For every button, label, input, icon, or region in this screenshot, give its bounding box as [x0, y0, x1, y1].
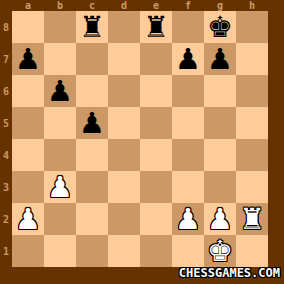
piece-black-pawn: ♟: [175, 43, 201, 75]
square-h5[interactable]: [236, 107, 268, 139]
square-b4[interactable]: [44, 139, 76, 171]
square-g8[interactable]: ♚: [204, 11, 236, 43]
square-b5[interactable]: [44, 107, 76, 139]
square-h6[interactable]: [236, 75, 268, 107]
square-c2[interactable]: [76, 203, 108, 235]
square-g6[interactable]: [204, 75, 236, 107]
square-e1[interactable]: [140, 235, 172, 267]
square-a7[interactable]: ♟: [12, 43, 44, 75]
square-b3[interactable]: ♟: [44, 171, 76, 203]
file-label-d: d: [108, 0, 140, 11]
piece-white-pawn: ♟: [175, 203, 201, 235]
square-c3[interactable]: [76, 171, 108, 203]
square-e2[interactable]: [140, 203, 172, 235]
chessgames-watermark: CHESSGAMES.COM: [179, 266, 280, 280]
piece-black-king: ♚: [207, 11, 233, 43]
square-e7[interactable]: [140, 43, 172, 75]
square-b7[interactable]: [44, 43, 76, 75]
square-h2[interactable]: ♜: [236, 203, 268, 235]
square-g7[interactable]: ♟: [204, 43, 236, 75]
square-h7[interactable]: [236, 43, 268, 75]
square-a8[interactable]: [12, 11, 44, 43]
rank-label-5: 5: [0, 107, 12, 139]
chess-board: ♜♜♚♟♟♟♟♟♟♟♟♟♜♚: [12, 11, 268, 267]
square-e4[interactable]: [140, 139, 172, 171]
square-a5[interactable]: [12, 107, 44, 139]
square-e8[interactable]: ♜: [140, 11, 172, 43]
square-d3[interactable]: [108, 171, 140, 203]
rank-label-2: 2: [0, 203, 12, 235]
piece-black-pawn: ♟: [79, 107, 105, 139]
piece-black-pawn: ♟: [15, 43, 41, 75]
square-g2[interactable]: ♟: [204, 203, 236, 235]
rank-label-7: 7: [0, 43, 12, 75]
square-b8[interactable]: [44, 11, 76, 43]
square-d8[interactable]: [108, 11, 140, 43]
square-c1[interactable]: [76, 235, 108, 267]
square-e5[interactable]: [140, 107, 172, 139]
square-b1[interactable]: [44, 235, 76, 267]
square-c5[interactable]: ♟: [76, 107, 108, 139]
rank-label-6: 6: [0, 75, 12, 107]
rank-labels: 87654321: [0, 11, 12, 267]
rank-label-4: 4: [0, 139, 12, 171]
square-a1[interactable]: [12, 235, 44, 267]
square-g4[interactable]: [204, 139, 236, 171]
square-f3[interactable]: [172, 171, 204, 203]
square-b2[interactable]: [44, 203, 76, 235]
square-f8[interactable]: [172, 11, 204, 43]
square-c4[interactable]: [76, 139, 108, 171]
square-d4[interactable]: [108, 139, 140, 171]
square-h3[interactable]: [236, 171, 268, 203]
square-c7[interactable]: [76, 43, 108, 75]
square-d1[interactable]: [108, 235, 140, 267]
square-a4[interactable]: [12, 139, 44, 171]
square-h8[interactable]: [236, 11, 268, 43]
piece-white-king: ♚: [207, 235, 233, 267]
piece-black-pawn: ♟: [47, 75, 73, 107]
square-h4[interactable]: [236, 139, 268, 171]
square-f6[interactable]: [172, 75, 204, 107]
square-c6[interactable]: [76, 75, 108, 107]
chess-diagram: abcdefgh 87654321 ♜♜♚♟♟♟♟♟♟♟♟♟♜♚ CHESSGA…: [0, 0, 284, 284]
square-b6[interactable]: ♟: [44, 75, 76, 107]
piece-white-pawn: ♟: [47, 171, 73, 203]
square-c8[interactable]: ♜: [76, 11, 108, 43]
piece-black-pawn: ♟: [207, 43, 233, 75]
piece-black-rook: ♜: [79, 11, 105, 43]
square-a6[interactable]: [12, 75, 44, 107]
square-e6[interactable]: [140, 75, 172, 107]
square-g5[interactable]: [204, 107, 236, 139]
rank-label-8: 8: [0, 11, 12, 43]
square-d7[interactable]: [108, 43, 140, 75]
file-label-h: h: [236, 0, 268, 11]
piece-white-pawn: ♟: [15, 203, 41, 235]
square-f2[interactable]: ♟: [172, 203, 204, 235]
rank-label-1: 1: [0, 235, 12, 267]
square-e3[interactable]: [140, 171, 172, 203]
piece-white-rook: ♜: [239, 203, 265, 235]
square-d5[interactable]: [108, 107, 140, 139]
square-g3[interactable]: [204, 171, 236, 203]
square-h1[interactable]: [236, 235, 268, 267]
square-a2[interactable]: ♟: [12, 203, 44, 235]
square-f5[interactable]: [172, 107, 204, 139]
square-f7[interactable]: ♟: [172, 43, 204, 75]
file-label-f: f: [172, 0, 204, 11]
rank-label-3: 3: [0, 171, 12, 203]
square-a3[interactable]: [12, 171, 44, 203]
piece-black-rook: ♜: [143, 11, 169, 43]
file-label-b: b: [44, 0, 76, 11]
square-g1[interactable]: ♚: [204, 235, 236, 267]
square-d2[interactable]: [108, 203, 140, 235]
square-f4[interactable]: [172, 139, 204, 171]
square-f1[interactable]: [172, 235, 204, 267]
piece-white-pawn: ♟: [207, 203, 233, 235]
square-d6[interactable]: [108, 75, 140, 107]
file-label-a: a: [12, 0, 44, 11]
